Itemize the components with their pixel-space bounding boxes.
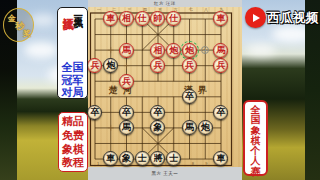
xiangqi-board: 红方 汪洋 一二三四五六七八九 123456789 黑方 王天一 楚河 漢界 車… (88, 0, 242, 180)
piece-red-chariot[interactable]: 車 (213, 11, 228, 26)
piece-red-pawn[interactable]: 兵 (87, 58, 102, 73)
red-player-banner: 汪洋执红 (62, 9, 74, 61)
promo-panel: 精品 免费 象棋 教程 (58, 112, 88, 172)
video-frame: 红方 汪洋 一二三四五六七八九 123456789 黑方 王天一 楚河 漢界 車… (0, 0, 320, 180)
piece-red-pawn[interactable]: 兵 (119, 74, 134, 89)
event-text-line: 冠军 (59, 74, 86, 87)
piece-red-advisor[interactable]: 仕 (166, 11, 181, 26)
background-dark-edge-right (305, 0, 320, 180)
cloud (246, 44, 276, 56)
piece-black-horse[interactable]: 馬 (182, 120, 197, 135)
play-icon (253, 14, 260, 22)
piece-black-general[interactable]: 將 (150, 151, 165, 166)
black-player-banner: 王天一执黑 (73, 9, 83, 61)
piece-red-horse[interactable]: 馬 (213, 43, 228, 58)
piece-red-chariot[interactable]: 車 (103, 11, 118, 26)
piece-black-chariot[interactable]: 車 (213, 151, 228, 166)
piece-black-pawn[interactable]: 卒 (182, 89, 197, 104)
piece-black-advisor[interactable]: 士 (166, 151, 181, 166)
promo-line: 象棋 (59, 143, 87, 157)
piece-red-elephant[interactable]: 相 (150, 43, 165, 58)
platform-logo-text: 西瓜视频 (267, 10, 319, 27)
tournament-panel: 全 国 象 棋 个 人 赛 (243, 100, 268, 176)
play-button[interactable] (245, 7, 266, 28)
piece-black-elephant[interactable]: 象 (119, 151, 134, 166)
piece-black-pawn[interactable]: 卒 (119, 105, 134, 120)
black-player-label: 黑方 王天一 (88, 171, 242, 176)
event-text-line: 对局 (59, 86, 86, 99)
players-panel: 汪洋执红 王天一执黑 全国 冠军 对局 (57, 7, 88, 99)
red-player-label: 红方 汪洋 (88, 1, 242, 6)
piece-black-chariot[interactable]: 車 (103, 151, 118, 166)
badge-char: 奖 (23, 28, 31, 39)
piece-red-cannon[interactable]: 炮 (182, 43, 197, 58)
piece-red-general[interactable]: 帥 (150, 11, 165, 26)
award-badge: 金 秒 奖 (3, 8, 34, 42)
piece-red-pawn[interactable]: 兵 (150, 58, 165, 73)
cloud (24, 42, 58, 58)
piece-black-pawn[interactable]: 卒 (87, 105, 102, 120)
piece-black-horse[interactable]: 馬 (119, 120, 134, 135)
piece-red-pawn[interactable]: 兵 (213, 58, 228, 73)
piece-black-cannon[interactable]: 炮 (198, 120, 213, 135)
piece-grid: 車相仕帥仕車馬相炮炮馬兵炮兵兵兵兵卒卒卒卒卒馬象馬炮車象士將士車 (87, 11, 229, 166)
piece-black-cannon[interactable]: 炮 (103, 58, 118, 73)
piece-black-elephant[interactable]: 象 (150, 120, 165, 135)
piece-black-advisor[interactable]: 士 (135, 151, 150, 166)
tournament-char: 赛 (245, 167, 266, 177)
piece-black-pawn[interactable]: 卒 (213, 105, 228, 120)
promo-line: 免费 (59, 129, 87, 143)
piece-red-pawn[interactable]: 兵 (182, 58, 197, 73)
piece-red-cannon[interactable]: 炮 (166, 43, 181, 58)
piece-red-elephant[interactable]: 相 (119, 11, 134, 26)
promo-line: 精品 (59, 115, 87, 129)
promo-line: 教程 (59, 156, 87, 170)
event-text-line: 全国 (59, 61, 86, 74)
piece-red-horse[interactable]: 馬 (119, 43, 134, 58)
piece-red-advisor[interactable]: 仕 (135, 11, 150, 26)
piece-black-pawn[interactable]: 卒 (150, 105, 165, 120)
